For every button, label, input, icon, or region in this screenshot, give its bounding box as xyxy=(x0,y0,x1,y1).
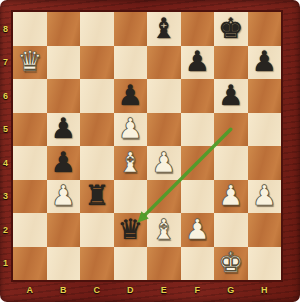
square-d2[interactable]: ♛ xyxy=(114,213,148,247)
square-e3[interactable] xyxy=(147,180,181,214)
square-c7[interactable] xyxy=(80,46,114,80)
square-e6[interactable] xyxy=(147,79,181,113)
piece-black-king[interactable]: ♚ xyxy=(214,12,248,46)
square-g7[interactable] xyxy=(214,46,248,80)
square-e2[interactable]: ♝ xyxy=(147,213,181,247)
square-a8[interactable] xyxy=(13,12,47,46)
rank-label-1: 1 xyxy=(0,247,11,281)
rank-label-5: 5 xyxy=(0,113,11,147)
file-label-f: F xyxy=(181,282,215,297)
square-b6[interactable] xyxy=(47,79,81,113)
square-e8[interactable]: ♝ xyxy=(147,12,181,46)
square-c3[interactable]: ♜ xyxy=(80,180,114,214)
square-c4[interactable] xyxy=(80,146,114,180)
square-b3[interactable]: ♟ xyxy=(47,180,81,214)
piece-black-bishop[interactable]: ♝ xyxy=(147,12,181,46)
square-b2[interactable] xyxy=(47,213,81,247)
rank-label-6: 6 xyxy=(0,79,11,113)
square-h8[interactable] xyxy=(248,12,282,46)
square-c8[interactable] xyxy=(80,12,114,46)
piece-white-pawn[interactable]: ♟ xyxy=(248,180,282,214)
file-label-e: E xyxy=(147,282,181,297)
rank-label-3: 3 xyxy=(0,180,11,214)
board-border: ♝♚♛♟♟♟♟♟♟♟♝♟♟♜♟♟♛♝♟♚ xyxy=(11,10,283,282)
square-f8[interactable] xyxy=(181,12,215,46)
piece-white-pawn[interactable]: ♟ xyxy=(114,113,148,147)
square-a2[interactable] xyxy=(13,213,47,247)
square-c1[interactable] xyxy=(80,247,114,281)
square-d8[interactable] xyxy=(114,12,148,46)
square-c6[interactable] xyxy=(80,79,114,113)
square-g8[interactable]: ♚ xyxy=(214,12,248,46)
square-e1[interactable] xyxy=(147,247,181,281)
square-b5[interactable]: ♟ xyxy=(47,113,81,147)
square-e5[interactable] xyxy=(147,113,181,147)
file-label-c: C xyxy=(80,282,114,297)
square-b7[interactable] xyxy=(47,46,81,80)
square-a1[interactable] xyxy=(13,247,47,281)
square-a5[interactable] xyxy=(13,113,47,147)
square-b1[interactable] xyxy=(47,247,81,281)
square-a7[interactable]: ♛ xyxy=(13,46,47,80)
piece-white-pawn[interactable]: ♟ xyxy=(47,180,81,214)
piece-black-rook[interactable]: ♜ xyxy=(80,180,114,214)
square-h2[interactable] xyxy=(248,213,282,247)
square-g4[interactable] xyxy=(214,146,248,180)
file-label-b: B xyxy=(47,282,81,297)
square-f5[interactable] xyxy=(181,113,215,147)
square-f6[interactable] xyxy=(181,79,215,113)
square-b8[interactable] xyxy=(47,12,81,46)
rank-label-8: 8 xyxy=(0,12,11,46)
piece-black-pawn[interactable]: ♟ xyxy=(248,46,282,80)
piece-black-pawn[interactable]: ♟ xyxy=(47,113,81,147)
square-d1[interactable] xyxy=(114,247,148,281)
square-f2[interactable]: ♟ xyxy=(181,213,215,247)
rank-labels: 87654321 xyxy=(0,12,11,280)
piece-white-pawn[interactable]: ♟ xyxy=(214,180,248,214)
square-g5[interactable] xyxy=(214,113,248,147)
square-h6[interactable] xyxy=(248,79,282,113)
piece-black-pawn[interactable]: ♟ xyxy=(114,79,148,113)
square-g2[interactable] xyxy=(214,213,248,247)
square-c2[interactable] xyxy=(80,213,114,247)
square-d4[interactable]: ♝ xyxy=(114,146,148,180)
square-g1[interactable]: ♚ xyxy=(214,247,248,281)
square-e4[interactable]: ♟ xyxy=(147,146,181,180)
file-label-h: H xyxy=(248,282,282,297)
piece-black-queen[interactable]: ♛ xyxy=(114,213,148,247)
square-a6[interactable] xyxy=(13,79,47,113)
square-e7[interactable] xyxy=(147,46,181,80)
square-d3[interactable] xyxy=(114,180,148,214)
square-h7[interactable]: ♟ xyxy=(248,46,282,80)
piece-black-pawn[interactable]: ♟ xyxy=(181,46,215,80)
square-g3[interactable]: ♟ xyxy=(214,180,248,214)
square-h5[interactable] xyxy=(248,113,282,147)
square-d5[interactable]: ♟ xyxy=(114,113,148,147)
piece-white-bishop[interactable]: ♝ xyxy=(114,146,148,180)
square-h1[interactable] xyxy=(248,247,282,281)
piece-black-pawn[interactable]: ♟ xyxy=(214,79,248,113)
square-g6[interactable]: ♟ xyxy=(214,79,248,113)
piece-white-king[interactable]: ♚ xyxy=(214,247,248,281)
file-label-d: D xyxy=(114,282,148,297)
rank-label-7: 7 xyxy=(0,46,11,80)
square-f7[interactable]: ♟ xyxy=(181,46,215,80)
square-f4[interactable] xyxy=(181,146,215,180)
rank-label-4: 4 xyxy=(0,146,11,180)
piece-black-pawn[interactable]: ♟ xyxy=(47,146,81,180)
square-a3[interactable] xyxy=(13,180,47,214)
piece-white-queen[interactable]: ♛ xyxy=(13,46,47,80)
square-a4[interactable] xyxy=(13,146,47,180)
file-label-g: G xyxy=(214,282,248,297)
square-d7[interactable] xyxy=(114,46,148,80)
square-f1[interactable] xyxy=(181,247,215,281)
rank-label-2: 2 xyxy=(0,213,11,247)
piece-white-pawn[interactable]: ♟ xyxy=(181,213,215,247)
chess-board-frame: 87654321 ABCDEFGH ♝♚♛♟♟♟♟♟♟♟♝♟♟♜♟♟♛♝♟♚ xyxy=(0,0,300,302)
file-labels: ABCDEFGH xyxy=(13,282,281,297)
file-label-a: A xyxy=(13,282,47,297)
square-b4[interactable]: ♟ xyxy=(47,146,81,180)
square-h4[interactable] xyxy=(248,146,282,180)
square-d6[interactable]: ♟ xyxy=(114,79,148,113)
piece-white-bishop[interactable]: ♝ xyxy=(147,213,181,247)
square-h3[interactable]: ♟ xyxy=(248,180,282,214)
square-f3[interactable] xyxy=(181,180,215,214)
square-c5[interactable] xyxy=(80,113,114,147)
piece-white-pawn[interactable]: ♟ xyxy=(147,146,181,180)
chess-board: ♝♚♛♟♟♟♟♟♟♟♝♟♟♜♟♟♛♝♟♚ xyxy=(13,12,281,280)
